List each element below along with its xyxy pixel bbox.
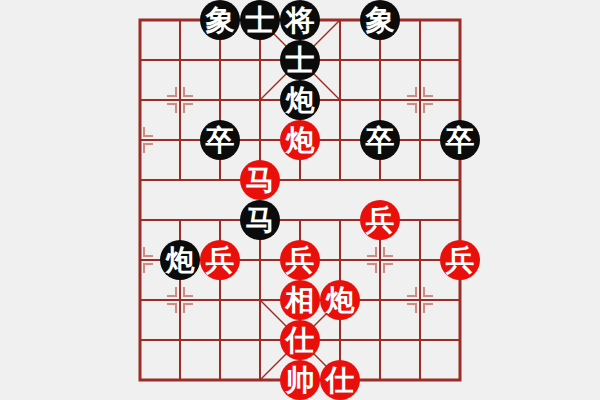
- piece-black-elephant[interactable]: 象: [200, 0, 240, 40]
- piece-black-cannon[interactable]: 炮: [280, 80, 320, 120]
- piece-black-pawn[interactable]: 卒: [360, 120, 400, 160]
- piece-black-advisor[interactable]: 士: [240, 0, 280, 40]
- piece-red-horse[interactable]: 马: [240, 160, 280, 200]
- piece-red-advisor[interactable]: 仕: [320, 360, 360, 400]
- piece-red-advisor[interactable]: 仕: [280, 320, 320, 360]
- piece-black-cannon[interactable]: 炮: [160, 240, 200, 280]
- piece-black-elephant[interactable]: 象: [360, 0, 400, 40]
- xiangqi-board[interactable]: 象士将象士炮卒炮卒卒马马兵炮兵兵兵相炮仕帅仕: [120, 0, 480, 400]
- piece-red-pawn[interactable]: 兵: [440, 240, 480, 280]
- piece-black-pawn[interactable]: 卒: [440, 120, 480, 160]
- piece-red-king[interactable]: 帅: [280, 360, 320, 400]
- piece-red-cannon[interactable]: 炮: [320, 280, 360, 320]
- piece-red-cannon[interactable]: 炮: [280, 120, 320, 160]
- piece-black-horse[interactable]: 马: [240, 200, 280, 240]
- piece-red-elephant[interactable]: 相: [280, 280, 320, 320]
- piece-red-pawn[interactable]: 兵: [280, 240, 320, 280]
- piece-black-advisor[interactable]: 士: [280, 40, 320, 80]
- piece-red-pawn[interactable]: 兵: [200, 240, 240, 280]
- piece-black-king[interactable]: 将: [280, 0, 320, 40]
- piece-red-pawn[interactable]: 兵: [360, 200, 400, 240]
- xiangqi-app: 象士将象士炮卒炮卒卒马马兵炮兵兵兵相炮仕帅仕: [0, 0, 600, 400]
- piece-black-pawn[interactable]: 卒: [200, 120, 240, 160]
